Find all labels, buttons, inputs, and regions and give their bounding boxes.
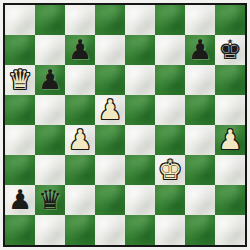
square-c1[interactable] [65,215,95,245]
square-b8[interactable] [35,5,65,35]
square-h6[interactable] [215,65,245,95]
square-a2[interactable]: ♟ [5,185,35,215]
square-h1[interactable] [215,215,245,245]
square-e5[interactable] [125,95,155,125]
square-e7[interactable] [125,35,155,65]
square-b5[interactable] [35,95,65,125]
square-a5[interactable] [5,95,35,125]
piece-white-pawn-d5[interactable]: ♟ [98,95,122,125]
square-c3[interactable] [65,155,95,185]
square-f4[interactable] [155,125,185,155]
square-f1[interactable] [155,215,185,245]
square-c7[interactable]: ♟ [65,35,95,65]
piece-white-pawn-c4[interactable]: ♟ [68,125,92,155]
square-d6[interactable] [95,65,125,95]
square-h8[interactable] [215,5,245,35]
square-e1[interactable] [125,215,155,245]
square-f3[interactable]: ♚ [155,155,185,185]
piece-black-pawn-g7[interactable]: ♟ [188,35,212,65]
square-a4[interactable] [5,125,35,155]
square-c2[interactable] [65,185,95,215]
square-a3[interactable] [5,155,35,185]
square-h7[interactable]: ♚ [215,35,245,65]
square-g3[interactable] [185,155,215,185]
square-a8[interactable] [5,5,35,35]
square-g5[interactable] [185,95,215,125]
square-c5[interactable] [65,95,95,125]
square-g4[interactable] [185,125,215,155]
square-b6[interactable]: ♟ [35,65,65,95]
square-g7[interactable]: ♟ [185,35,215,65]
square-h2[interactable] [215,185,245,215]
square-c4[interactable]: ♟ [65,125,95,155]
piece-white-queen-a6[interactable]: ♛ [8,65,32,95]
square-a6[interactable]: ♛ [5,65,35,95]
square-a1[interactable] [5,215,35,245]
square-h5[interactable] [215,95,245,125]
square-b2[interactable]: ♛ [35,185,65,215]
square-c8[interactable] [65,5,95,35]
square-d5[interactable]: ♟ [95,95,125,125]
square-d7[interactable] [95,35,125,65]
square-e8[interactable] [125,5,155,35]
piece-white-king-f3[interactable]: ♚ [158,155,182,185]
square-a7[interactable] [5,35,35,65]
square-d3[interactable] [95,155,125,185]
chess-app-window: ♟♟♚♛♟♟♟♟♚♟♛ [0,0,250,250]
piece-black-pawn-c7[interactable]: ♟ [68,35,92,65]
square-b1[interactable] [35,215,65,245]
square-e2[interactable] [125,185,155,215]
square-b3[interactable] [35,155,65,185]
piece-black-pawn-a2[interactable]: ♟ [8,185,32,215]
square-f5[interactable] [155,95,185,125]
square-h3[interactable] [215,155,245,185]
square-f7[interactable] [155,35,185,65]
square-f2[interactable] [155,185,185,215]
square-g6[interactable] [185,65,215,95]
piece-white-pawn-h4[interactable]: ♟ [218,125,242,155]
square-d4[interactable] [95,125,125,155]
square-b7[interactable] [35,35,65,65]
square-h4[interactable]: ♟ [215,125,245,155]
square-g1[interactable] [185,215,215,245]
square-c6[interactable] [65,65,95,95]
square-d2[interactable] [95,185,125,215]
square-e4[interactable] [125,125,155,155]
piece-black-pawn-b6[interactable]: ♟ [38,65,62,95]
board-frame: ♟♟♚♛♟♟♟♟♚♟♛ [3,3,247,247]
square-f8[interactable] [155,5,185,35]
square-d1[interactable] [95,215,125,245]
square-g8[interactable] [185,5,215,35]
square-b4[interactable] [35,125,65,155]
piece-black-queen-b2[interactable]: ♛ [38,185,62,215]
square-g2[interactable] [185,185,215,215]
square-d8[interactable] [95,5,125,35]
piece-black-king-h7[interactable]: ♚ [218,35,242,65]
chess-board: ♟♟♚♛♟♟♟♟♚♟♛ [5,5,245,245]
square-f6[interactable] [155,65,185,95]
square-e6[interactable] [125,65,155,95]
square-e3[interactable] [125,155,155,185]
